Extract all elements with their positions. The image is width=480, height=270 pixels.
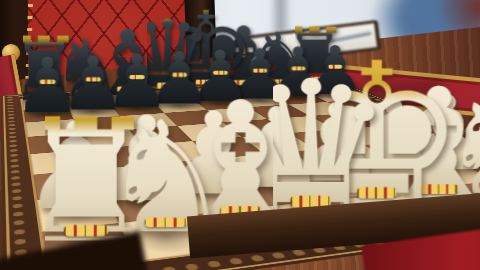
piece-white-rook-a1[interactable]: ♜ xyxy=(45,76,128,246)
gold-band xyxy=(65,225,108,235)
game-screenshot: ♜♞♝♛♚♝♞♜♟♟♟♟♟♟♟♟♟♟♟♟♟♟♟♟♜♞♝♛♚♝♞♜ xyxy=(0,0,480,270)
gold-band xyxy=(129,75,145,79)
